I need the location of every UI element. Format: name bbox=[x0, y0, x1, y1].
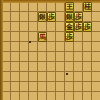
shogi-piece-king[interactable]: 王 bbox=[65, 2, 74, 12]
board-cell[interactable] bbox=[29, 72, 38, 82]
board-cell[interactable] bbox=[20, 42, 29, 52]
board-cell[interactable] bbox=[92, 82, 100, 92]
board-cell[interactable] bbox=[2, 62, 11, 72]
board-cell[interactable] bbox=[83, 62, 92, 72]
board-cell[interactable] bbox=[65, 42, 74, 52]
shogi-piece-promoted-bishop[interactable]: 馬 bbox=[38, 32, 47, 42]
board-cell[interactable] bbox=[83, 52, 92, 62]
board-cell[interactable] bbox=[29, 52, 38, 62]
board-cell[interactable] bbox=[11, 2, 20, 12]
board-cell[interactable] bbox=[38, 52, 47, 62]
board-cell[interactable] bbox=[92, 62, 100, 72]
board-cell[interactable] bbox=[2, 12, 11, 22]
board-cell[interactable] bbox=[92, 2, 100, 12]
board-cell[interactable] bbox=[56, 62, 65, 72]
shogi-piece-pawn[interactable]: 歩 bbox=[47, 12, 56, 22]
board-cell[interactable] bbox=[83, 92, 92, 100]
board-cell[interactable] bbox=[56, 82, 65, 92]
shogi-piece-silver[interactable]: 銀 bbox=[65, 12, 74, 22]
board-cell[interactable] bbox=[20, 72, 29, 82]
board-cell[interactable] bbox=[2, 2, 11, 12]
board-cell[interactable] bbox=[65, 82, 74, 92]
board-cell[interactable] bbox=[29, 62, 38, 72]
shogi-piece-knight[interactable]: 桂 bbox=[83, 2, 92, 12]
board-cell[interactable] bbox=[56, 32, 65, 42]
board-cell[interactable] bbox=[92, 12, 100, 22]
board-cell[interactable] bbox=[56, 2, 65, 12]
board-cell[interactable] bbox=[2, 32, 11, 42]
board-cell[interactable] bbox=[2, 82, 11, 92]
hoshi-star-point bbox=[66, 73, 68, 75]
board-cell[interactable] bbox=[11, 92, 20, 100]
board-cell[interactable] bbox=[38, 62, 47, 72]
board-cell[interactable] bbox=[74, 92, 83, 100]
board-cell[interactable] bbox=[56, 92, 65, 100]
board-cell[interactable] bbox=[74, 72, 83, 82]
board-cell[interactable] bbox=[56, 72, 65, 82]
shogi-app: 王桂銀歩銀歩金歩歩馬歩 bbox=[0, 0, 100, 100]
board-cell[interactable] bbox=[65, 92, 74, 100]
board-cell[interactable] bbox=[38, 2, 47, 12]
board-cell[interactable] bbox=[74, 2, 83, 12]
board-cell[interactable] bbox=[29, 12, 38, 22]
board-cell[interactable] bbox=[56, 12, 65, 22]
board-cell[interactable] bbox=[74, 62, 83, 72]
board-cell[interactable] bbox=[38, 22, 47, 32]
board-cell[interactable] bbox=[29, 82, 38, 92]
board-cell[interactable] bbox=[20, 52, 29, 62]
board-cell[interactable] bbox=[20, 62, 29, 72]
board-cell[interactable] bbox=[38, 72, 47, 82]
board-cell[interactable] bbox=[92, 52, 100, 62]
board-cell[interactable] bbox=[83, 12, 92, 22]
board-cell[interactable] bbox=[20, 2, 29, 12]
board-cell[interactable] bbox=[20, 82, 29, 92]
board-cell[interactable] bbox=[2, 72, 11, 82]
board-cell[interactable] bbox=[47, 22, 56, 32]
board-cell[interactable] bbox=[2, 52, 11, 62]
board-cell[interactable] bbox=[74, 82, 83, 92]
board-cell[interactable] bbox=[38, 92, 47, 100]
board-cell[interactable] bbox=[56, 52, 65, 62]
board-cell[interactable] bbox=[11, 22, 20, 32]
board-cell[interactable] bbox=[47, 82, 56, 92]
board-cell[interactable] bbox=[20, 12, 29, 22]
board-cell[interactable] bbox=[20, 92, 29, 100]
board-cell[interactable] bbox=[83, 32, 92, 42]
board-cell[interactable] bbox=[74, 42, 83, 52]
board-left-border bbox=[0, 0, 3, 100]
board-cell[interactable] bbox=[92, 42, 100, 52]
board-cell[interactable] bbox=[2, 92, 11, 100]
board-cell[interactable] bbox=[92, 92, 100, 100]
shogi-piece-pawn[interactable]: 歩 bbox=[74, 12, 83, 22]
board-cell[interactable] bbox=[47, 42, 56, 52]
board-cell[interactable] bbox=[83, 82, 92, 92]
board-cell[interactable] bbox=[11, 62, 20, 72]
board-cell[interactable] bbox=[83, 72, 92, 82]
hoshi-star-point bbox=[29, 41, 31, 43]
board-cell[interactable] bbox=[92, 32, 100, 42]
board-cell[interactable] bbox=[47, 52, 56, 62]
board-cell[interactable] bbox=[65, 52, 74, 62]
board-cell[interactable] bbox=[56, 42, 65, 52]
board-cell[interactable] bbox=[29, 42, 38, 52]
board-cell[interactable] bbox=[74, 32, 83, 42]
board-cell[interactable] bbox=[11, 82, 20, 92]
board-cell[interactable] bbox=[11, 12, 20, 22]
board-cell[interactable] bbox=[47, 32, 56, 42]
board-cell[interactable] bbox=[2, 22, 11, 32]
board-cell[interactable] bbox=[38, 42, 47, 52]
board-cell[interactable] bbox=[47, 72, 56, 82]
shogi-piece-gold[interactable]: 金 bbox=[65, 22, 74, 32]
shogi-piece-pawn[interactable]: 歩 bbox=[65, 32, 74, 42]
shogi-piece-pawn[interactable]: 歩 bbox=[74, 22, 83, 32]
board-cell[interactable] bbox=[20, 32, 29, 42]
board-cell[interactable] bbox=[92, 72, 100, 82]
board-cell[interactable] bbox=[2, 42, 11, 52]
board-cell[interactable] bbox=[83, 42, 92, 52]
shogi-piece-pawn[interactable]: 歩 bbox=[83, 22, 92, 32]
board-cell[interactable] bbox=[29, 22, 38, 32]
board-cell[interactable] bbox=[65, 62, 74, 72]
board-cell[interactable] bbox=[29, 92, 38, 100]
board-cell[interactable] bbox=[92, 22, 100, 32]
board-cell[interactable] bbox=[11, 52, 20, 62]
board-cell[interactable] bbox=[56, 22, 65, 32]
shogi-piece-silver[interactable]: 銀 bbox=[38, 12, 47, 22]
board-cell[interactable] bbox=[11, 42, 20, 52]
board-cell[interactable] bbox=[29, 2, 38, 12]
board-cell[interactable] bbox=[47, 2, 56, 12]
board-cell[interactable] bbox=[47, 92, 56, 100]
board-cell[interactable] bbox=[74, 52, 83, 62]
board-cell[interactable] bbox=[38, 82, 47, 92]
board-cell[interactable] bbox=[47, 62, 56, 72]
board-cell[interactable] bbox=[11, 72, 20, 82]
board-cell[interactable] bbox=[20, 22, 29, 32]
board-cell[interactable] bbox=[11, 32, 20, 42]
